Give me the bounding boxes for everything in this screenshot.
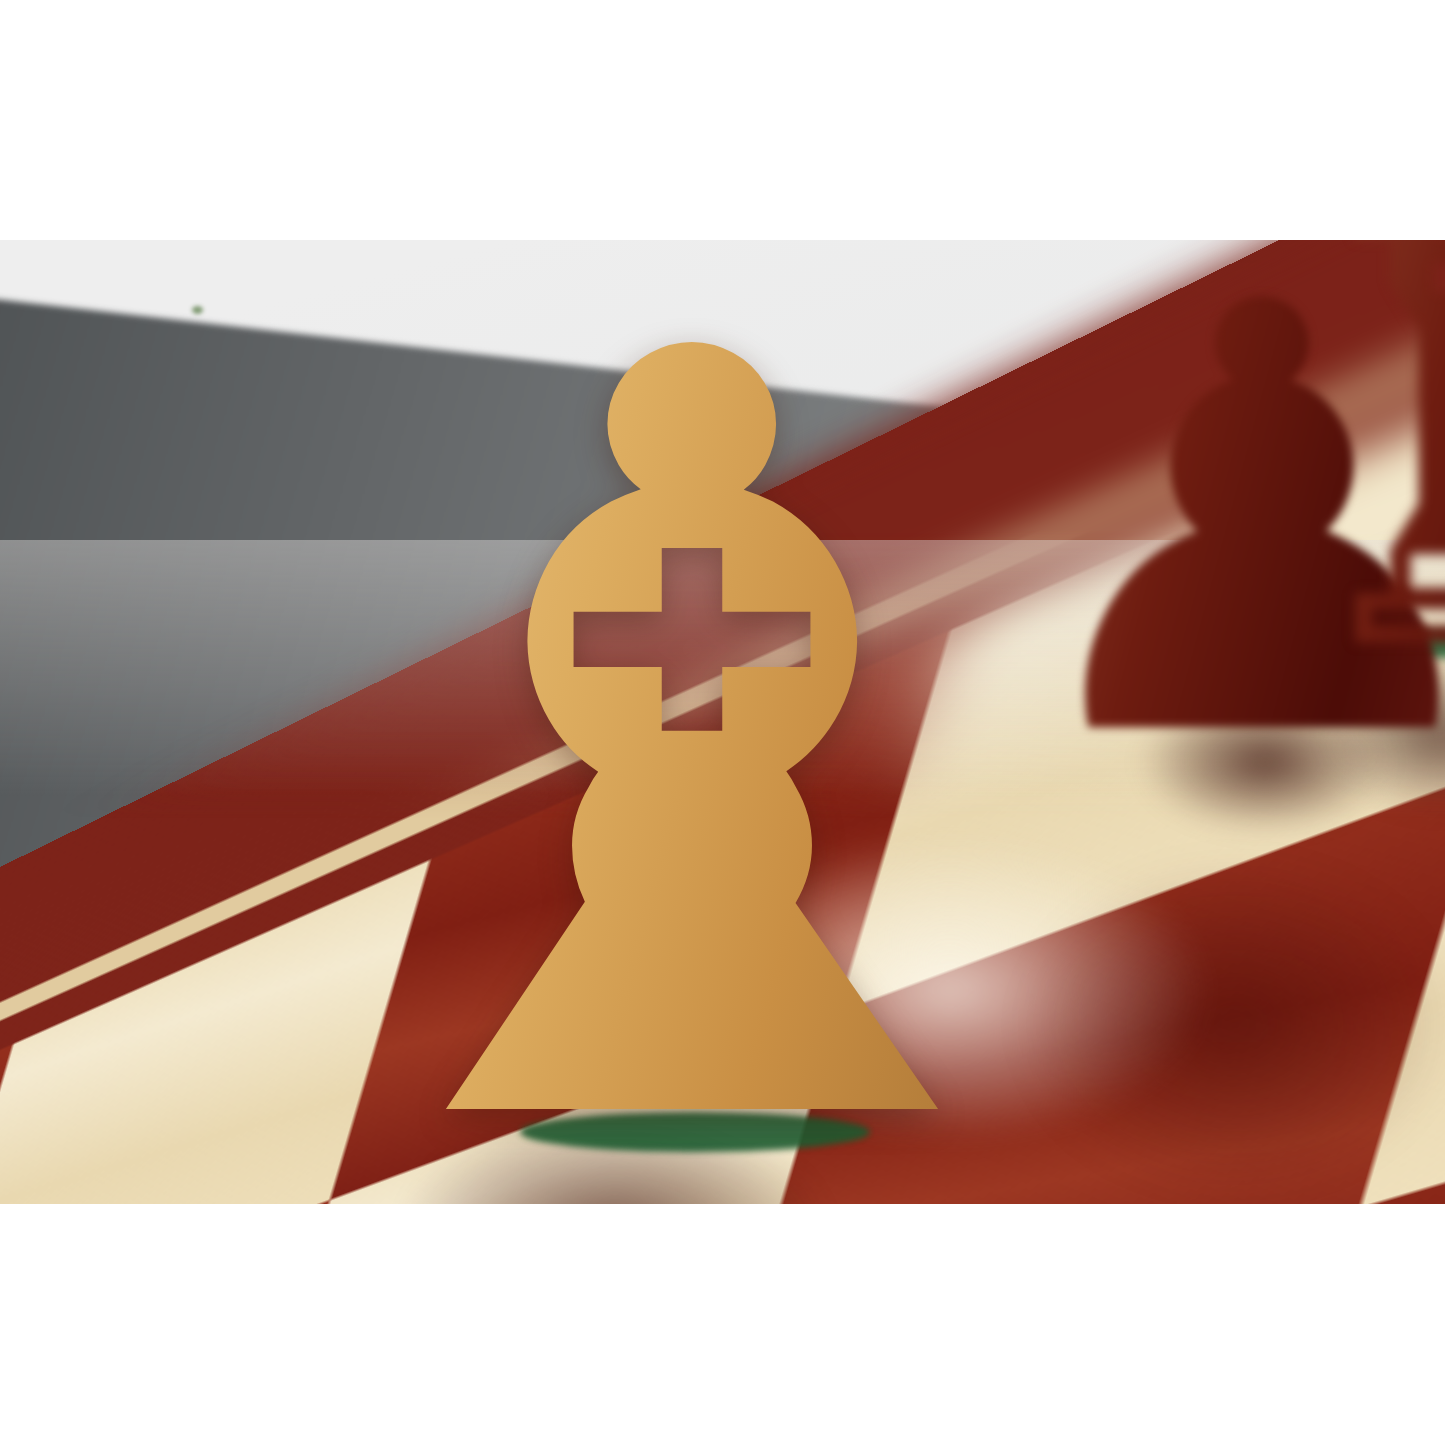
photo-content: ♝♟♜: [0, 240, 1445, 1204]
black-rook-h8: ♜: [1252, 240, 1445, 738]
product-photo: ♝♟♜: [0, 0, 1445, 1445]
